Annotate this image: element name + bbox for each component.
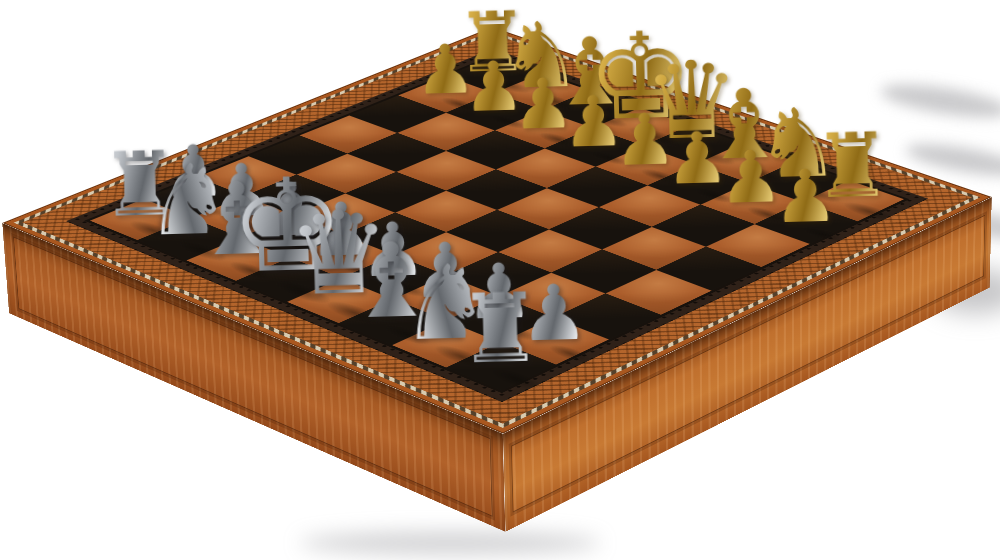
product-photo-stage: ♜♞♝♚♛♝♞♜♟♟♟♟♟♟♟♟♜♞♝♚♛♝♞♜♟♟♟♟♟♟♟♟: [0, 0, 1000, 560]
black-rook-glyph: ♜: [433, 280, 568, 378]
chess-set-scene: ♜♞♝♚♛♝♞♜♟♟♟♟♟♟♟♟♜♞♝♚♛♝♞♜♟♟♟♟♟♟♟♟: [0, 0, 1000, 560]
white-pawn-glyph: ♟: [754, 159, 858, 234]
board-case: ♜♞♝♚♛♝♞♜♟♟♟♟♟♟♟♟♜♞♝♚♛♝♞♜♟♟♟♟♟♟♟♟: [2, 27, 992, 434]
